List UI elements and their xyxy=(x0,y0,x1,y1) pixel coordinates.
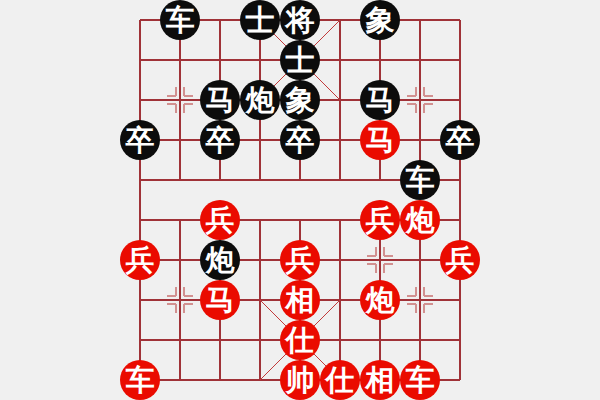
piece-red-soldier[interactable]: 兵 xyxy=(280,240,320,280)
piece-red-advisor[interactable]: 仕 xyxy=(280,320,320,360)
piece-red-advisor[interactable]: 仕 xyxy=(320,360,360,400)
piece-black-soldier[interactable]: 卒 xyxy=(120,120,160,160)
piece-red-elephant[interactable]: 相 xyxy=(360,360,400,400)
piece-red-elephant[interactable]: 相 xyxy=(280,280,320,320)
piece-red-soldier[interactable]: 兵 xyxy=(440,240,480,280)
piece-black-elephant[interactable]: 象 xyxy=(280,80,320,120)
piece-red-soldier[interactable]: 兵 xyxy=(120,240,160,280)
piece-black-cannon[interactable]: 炮 xyxy=(240,80,280,120)
piece-black-advisor[interactable]: 士 xyxy=(280,40,320,80)
piece-red-horse[interactable]: 马 xyxy=(360,120,400,160)
piece-red-cannon[interactable]: 炮 xyxy=(360,280,400,320)
piece-black-chariot[interactable]: 车 xyxy=(400,160,440,200)
piece-red-chariot[interactable]: 车 xyxy=(400,360,440,400)
xiangqi-board[interactable]: 车士将象士马炮象马卒卒卒马卒车兵兵炮兵炮兵兵马相炮仕车帅仕相车 xyxy=(0,0,600,400)
piece-black-elephant[interactable]: 象 xyxy=(360,0,400,40)
piece-black-soldier[interactable]: 卒 xyxy=(440,120,480,160)
piece-red-general[interactable]: 帅 xyxy=(280,360,320,400)
piece-red-soldier[interactable]: 兵 xyxy=(200,200,240,240)
piece-black-chariot[interactable]: 车 xyxy=(160,0,200,40)
piece-black-horse[interactable]: 马 xyxy=(200,80,240,120)
piece-black-cannon[interactable]: 炮 xyxy=(200,240,240,280)
piece-red-chariot[interactable]: 车 xyxy=(120,360,160,400)
piece-black-soldier[interactable]: 卒 xyxy=(200,120,240,160)
piece-red-horse[interactable]: 马 xyxy=(200,280,240,320)
piece-black-horse[interactable]: 马 xyxy=(360,80,400,120)
piece-black-general[interactable]: 将 xyxy=(280,0,320,40)
piece-red-cannon[interactable]: 炮 xyxy=(400,200,440,240)
piece-black-soldier[interactable]: 卒 xyxy=(280,120,320,160)
piece-red-soldier[interactable]: 兵 xyxy=(360,200,400,240)
piece-black-advisor[interactable]: 士 xyxy=(240,0,280,40)
